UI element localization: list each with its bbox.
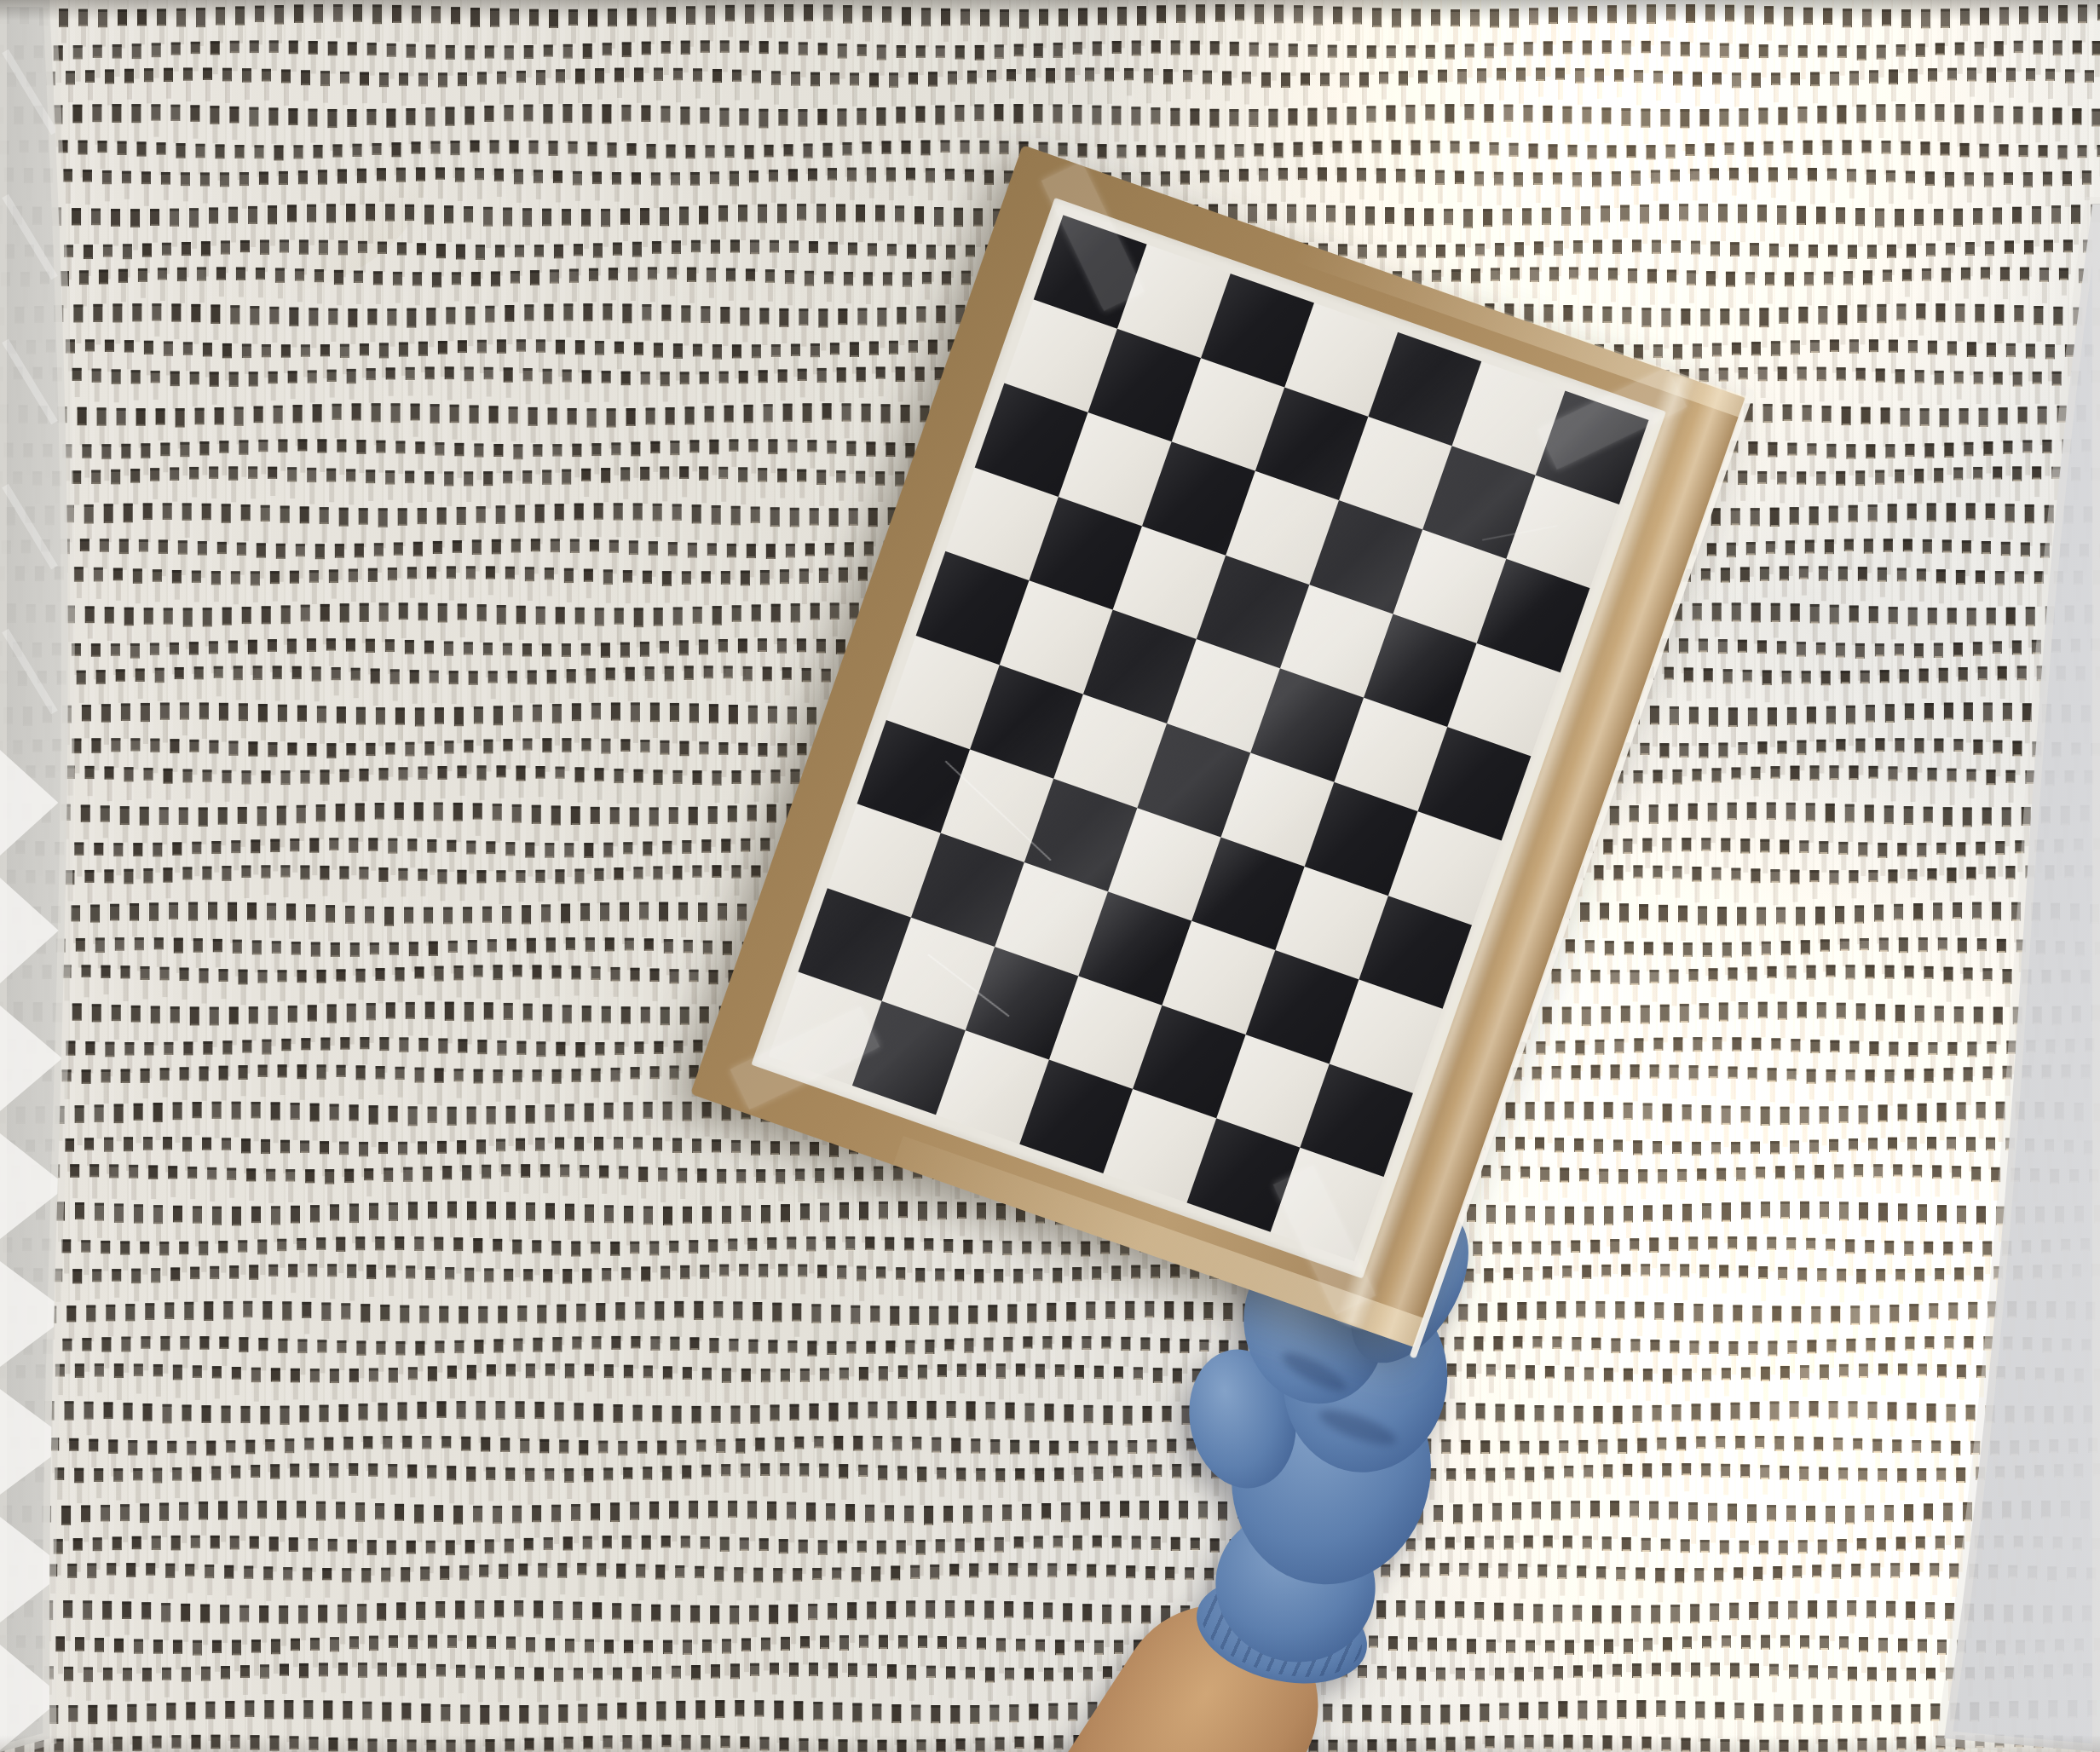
photo-scene	[0, 0, 2100, 1752]
